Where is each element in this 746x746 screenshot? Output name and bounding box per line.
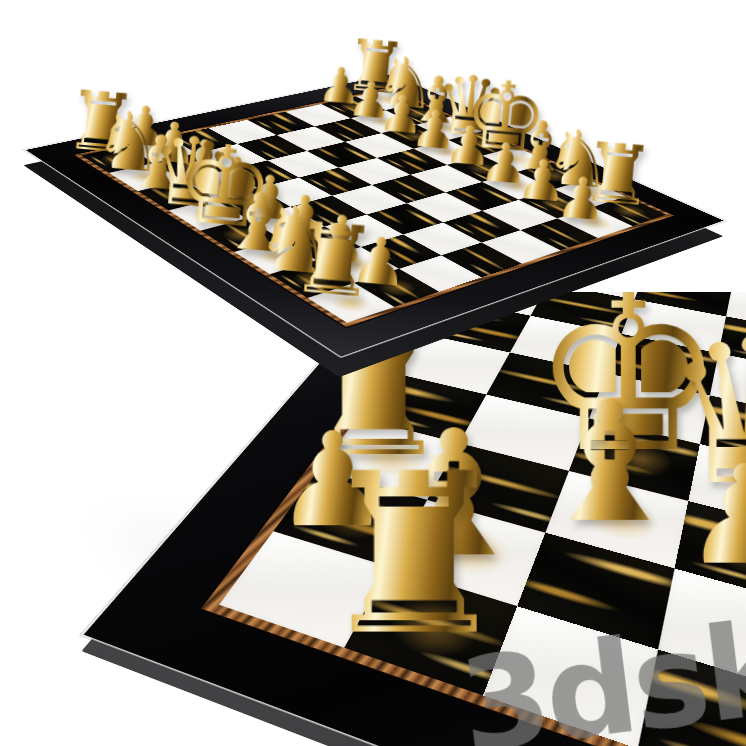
square-d5 bbox=[339, 158, 411, 185]
overview-perspective: ♜♞♝♛♚♝♞♜♟♟♟♟♟♟♟♟♟♟♟♟♟♟♟♟♜♞♝♛♚♝♞♜ bbox=[0, 0, 746, 595]
render-canvas: ♜♚♛♝♞♝♜♝♟♟♟♟♜♟♝♞♝♚♜ ♜♞♝♛♚♝♞♜♟♟♟♟♟♟♟♟♟♟♟♟… bbox=[0, 0, 746, 746]
board-lacquer-border: ♜♞♝♛♚♝♞♜♟♟♟♟♟♟♟♟♟♟♟♟♟♟♟♟♜♞♝♛♚♝♞♜ bbox=[26, 74, 724, 357]
chess-board-overview: ♜♞♝♛♚♝♞♜♟♟♟♟♟♟♟♟♟♟♟♟♟♟♟♟♜♞♝♛♚♝♞♜ bbox=[26, 74, 724, 357]
scene-overview: ♜♞♝♛♚♝♞♜♟♟♟♟♟♟♟♟♟♟♟♟♟♟♟♟♜♞♝♛♚♝♞♜ bbox=[0, 0, 746, 340]
piece-black-pawn: ♟ bbox=[553, 168, 609, 229]
board-copper-inlay: ♜♞♝♛♚♝♞♜♟♟♟♟♟♟♟♟♟♟♟♟♟♟♟♟♜♞♝♛♚♝♞♜ bbox=[73, 87, 675, 328]
piece-white-rook: ♜ bbox=[286, 209, 381, 314]
